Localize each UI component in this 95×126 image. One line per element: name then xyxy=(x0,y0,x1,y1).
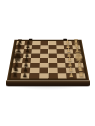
product-photo-page: ♜♟♟♜♞♟♟♞♝♟♟♝♛♟♟♛♚♟♟♚♝♟♟♝♞♟♟♞♜♟♟♜ xyxy=(0,0,95,126)
chess-set: ♜♟♟♜♞♟♟♞♝♟♟♝♛♟♟♛♚♟♟♚♝♟♟♝♞♟♟♞♜♟♟♜ xyxy=(6,40,89,81)
square-d3 xyxy=(56,53,65,58)
square-h8: ♜ xyxy=(10,73,20,79)
square-h1: ♜ xyxy=(75,73,85,79)
piece-white-pawn: ♟ xyxy=(68,72,73,78)
square-h3 xyxy=(57,73,67,79)
square-f6 xyxy=(30,63,39,68)
square-d5 xyxy=(39,53,48,58)
square-h6 xyxy=(29,73,39,79)
chess-set-scene: ♜♟♟♜♞♟♟♞♝♟♟♝♛♟♟♛♚♟♟♚♝♟♟♝♞♟♟♞♜♟♟♜ xyxy=(0,21,95,95)
piece-black-rook: ♜ xyxy=(11,71,17,78)
piece-white-rook: ♜ xyxy=(77,71,83,78)
square-f3 xyxy=(56,63,65,68)
square-h5 xyxy=(38,73,47,79)
square-h2: ♟ xyxy=(66,73,76,79)
square-f5 xyxy=(39,63,48,68)
square-h7: ♟ xyxy=(19,73,29,79)
board-front-edge xyxy=(5,80,90,86)
square-d6 xyxy=(31,53,40,58)
fold-seam xyxy=(48,41,49,78)
board-frame: ♜♟♟♜♞♟♟♞♝♟♟♝♛♟♟♛♚♟♟♚♝♟♟♝♞♟♟♞♜♟♟♜ xyxy=(10,41,85,78)
piece-black-pawn: ♟ xyxy=(21,72,26,78)
